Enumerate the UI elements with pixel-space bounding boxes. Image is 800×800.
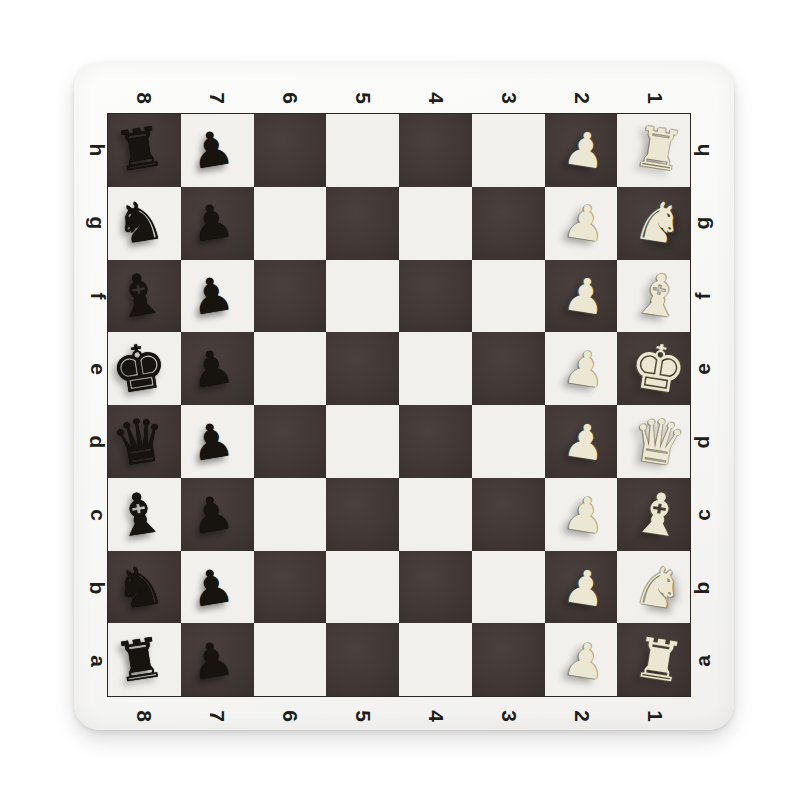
piece-black-knight-b8[interactable]: ♞	[111, 556, 168, 618]
piece-white-pawn-g2[interactable]: ♟	[561, 196, 610, 249]
piece-white-pawn-b2[interactable]: ♟	[561, 561, 610, 614]
file-label-right-h: h	[691, 113, 734, 186]
square-b5[interactable]	[326, 551, 399, 624]
square-b3[interactable]	[472, 551, 545, 624]
piece-black-bishop-c8[interactable]: ♝	[110, 482, 169, 546]
piece-white-pawn-h2[interactable]: ♟	[561, 123, 610, 176]
file-label-left-a: a	[74, 624, 107, 697]
piece-black-pawn-c7[interactable]: ♟	[188, 488, 237, 541]
square-h6[interactable]	[254, 114, 327, 187]
piece-black-rook-h8[interactable]: ♜	[111, 118, 168, 180]
piece-black-knight-g8[interactable]: ♞	[111, 191, 168, 253]
rank-label-top-4: 4	[399, 62, 472, 113]
rank-label-bottom-5: 5	[326, 697, 399, 730]
square-b4[interactable]	[399, 551, 472, 624]
file-label-right-b: b	[691, 551, 734, 624]
piece-black-pawn-g7[interactable]: ♟	[188, 196, 237, 249]
rank-label-top-6: 6	[253, 62, 326, 113]
piece-black-pawn-h7[interactable]: ♟	[188, 123, 237, 176]
piece-black-pawn-e7[interactable]: ♟	[188, 342, 237, 395]
square-c3[interactable]	[472, 478, 545, 551]
piece-black-pawn-a7[interactable]: ♟	[188, 634, 237, 687]
square-d3[interactable]	[472, 405, 545, 478]
file-label-left-f: f	[74, 259, 107, 332]
square-e3[interactable]	[472, 332, 545, 405]
square-c4[interactable]	[399, 478, 472, 551]
square-d5[interactable]	[326, 405, 399, 478]
piece-black-pawn-b7[interactable]: ♟	[188, 561, 237, 614]
rank-labels-bottom: 87654321	[107, 697, 691, 730]
square-e4[interactable]	[399, 332, 472, 405]
square-g6[interactable]	[254, 187, 327, 260]
square-c6[interactable]	[254, 478, 327, 551]
square-e5[interactable]	[326, 332, 399, 405]
piece-black-rook-a8[interactable]: ♜	[111, 629, 168, 691]
file-label-right-f: f	[691, 259, 734, 332]
file-label-right-e: e	[691, 332, 734, 405]
square-f4[interactable]	[399, 260, 472, 333]
square-f3[interactable]	[472, 260, 545, 333]
piece-black-pawn-d7[interactable]: ♟	[188, 415, 237, 468]
square-c5[interactable]	[326, 478, 399, 551]
square-f5[interactable]	[326, 260, 399, 333]
file-labels-left: hgfedcba	[74, 113, 107, 697]
square-b6[interactable]	[254, 551, 327, 624]
file-label-left-c: c	[74, 478, 107, 551]
file-label-left-g: g	[74, 186, 107, 259]
piece-black-pawn-f7[interactable]: ♟	[188, 269, 237, 322]
piece-black-queen-d8[interactable]: ♛	[108, 407, 172, 476]
file-label-left-d: d	[74, 405, 107, 478]
square-d4[interactable]	[399, 405, 472, 478]
chess-board-mat: 87654321 87654321 hgfedcba hgfedcba ♜♟♟♜…	[74, 62, 734, 730]
square-a5[interactable]	[326, 623, 399, 696]
file-labels-right: hgfedcba	[691, 113, 734, 697]
rank-label-bottom-6: 6	[253, 697, 326, 730]
piece-white-rook-a1[interactable]: ♜	[630, 629, 687, 691]
file-label-right-g: g	[691, 186, 734, 259]
rank-label-top-5: 5	[326, 62, 399, 113]
rank-label-top-2: 2	[545, 62, 618, 113]
piece-black-king-e8[interactable]: ♚	[107, 333, 173, 404]
rank-label-top-8: 8	[107, 62, 180, 113]
piece-white-pawn-f2[interactable]: ♟	[561, 269, 610, 322]
rank-label-top-7: 7	[180, 62, 253, 113]
file-label-left-b: b	[74, 551, 107, 624]
piece-white-knight-g1[interactable]: ♞	[630, 191, 687, 253]
piece-white-bishop-f1[interactable]: ♝	[629, 263, 688, 327]
file-label-right-c: c	[691, 478, 734, 551]
piece-white-knight-b1[interactable]: ♞	[630, 556, 687, 618]
square-a4[interactable]	[399, 623, 472, 696]
rank-labels-top: 87654321	[107, 62, 691, 113]
rank-label-top-1: 1	[618, 62, 691, 113]
piece-white-king-e1[interactable]: ♚	[626, 333, 692, 404]
piece-white-pawn-d2[interactable]: ♟	[561, 415, 610, 468]
file-label-right-d: d	[691, 405, 734, 478]
piece-white-queen-d1[interactable]: ♛	[627, 407, 691, 476]
piece-white-rook-h1[interactable]: ♜	[630, 118, 687, 180]
rank-label-top-3: 3	[472, 62, 545, 113]
rank-label-bottom-4: 4	[399, 697, 472, 730]
square-g5[interactable]	[326, 187, 399, 260]
square-h4[interactable]	[399, 114, 472, 187]
piece-white-pawn-e2[interactable]: ♟	[561, 342, 610, 395]
square-g4[interactable]	[399, 187, 472, 260]
file-label-left-e: e	[74, 332, 107, 405]
rank-label-bottom-2: 2	[545, 697, 618, 730]
square-e6[interactable]	[254, 332, 327, 405]
rank-label-bottom-8: 8	[107, 697, 180, 730]
rank-label-bottom-1: 1	[618, 697, 691, 730]
piece-white-pawn-c2[interactable]: ♟	[561, 488, 610, 541]
rank-label-bottom-7: 7	[180, 697, 253, 730]
rank-label-bottom-3: 3	[472, 697, 545, 730]
square-a3[interactable]	[472, 623, 545, 696]
square-h5[interactable]	[326, 114, 399, 187]
square-g3[interactable]	[472, 187, 545, 260]
file-label-right-a: a	[691, 624, 734, 697]
square-a6[interactable]	[254, 623, 327, 696]
piece-white-bishop-c1[interactable]: ♝	[629, 482, 688, 546]
file-label-left-h: h	[74, 113, 107, 186]
square-d6[interactable]	[254, 405, 327, 478]
piece-white-pawn-a2[interactable]: ♟	[561, 634, 610, 687]
square-h3[interactable]	[472, 114, 545, 187]
piece-black-bishop-f8[interactable]: ♝	[110, 263, 169, 327]
square-f6[interactable]	[254, 260, 327, 333]
